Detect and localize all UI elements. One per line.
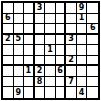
cell-r3c7[interactable] bbox=[66, 24, 77, 35]
cell-r1c6[interactable] bbox=[56, 3, 67, 14]
cell-r8c3[interactable] bbox=[24, 77, 35, 88]
cell-r5c5[interactable]: 1 bbox=[45, 45, 56, 56]
cell-r7c1[interactable] bbox=[3, 66, 14, 77]
cell-r7c7[interactable] bbox=[66, 66, 77, 77]
cell-r7c8[interactable] bbox=[77, 66, 88, 77]
cell-r5c3[interactable] bbox=[24, 45, 35, 56]
cell-r7c3[interactable]: 1 bbox=[24, 66, 35, 77]
cell-r2c3[interactable] bbox=[24, 14, 35, 25]
cell-r4c5[interactable] bbox=[45, 35, 56, 46]
cell-r8c4[interactable]: 8 bbox=[35, 77, 46, 88]
cell-r1c8[interactable]: 9 bbox=[77, 3, 88, 14]
cell-r1c7[interactable] bbox=[66, 3, 77, 14]
sudoku-board: 39616253121268794 bbox=[1, 1, 100, 100]
cell-r9c5[interactable] bbox=[45, 87, 56, 98]
cell-r7c5[interactable] bbox=[45, 66, 56, 77]
cell-r1c4[interactable]: 3 bbox=[35, 3, 46, 14]
cell-r3c8[interactable] bbox=[77, 24, 88, 35]
cell-r1c2[interactable] bbox=[14, 3, 25, 14]
cell-r4c1[interactable]: 2 bbox=[3, 35, 14, 46]
cell-r8c2[interactable] bbox=[14, 77, 25, 88]
cell-r2c4[interactable] bbox=[35, 14, 46, 25]
cell-r9c9[interactable] bbox=[87, 87, 98, 98]
cell-r7c4[interactable]: 2 bbox=[35, 66, 46, 77]
cell-r4c2[interactable]: 5 bbox=[14, 35, 25, 46]
cell-r6c9[interactable] bbox=[87, 56, 98, 67]
cell-r3c6[interactable] bbox=[56, 24, 67, 35]
cell-r5c8[interactable] bbox=[77, 45, 88, 56]
cell-r2c7[interactable] bbox=[66, 14, 77, 25]
cell-r6c5[interactable] bbox=[45, 56, 56, 67]
cell-r8c8[interactable] bbox=[77, 77, 88, 88]
cell-r4c6[interactable] bbox=[56, 35, 67, 46]
cell-r3c4[interactable] bbox=[35, 24, 46, 35]
cell-r6c6[interactable] bbox=[56, 56, 67, 67]
cell-r4c8[interactable] bbox=[77, 35, 88, 46]
cell-r8c6[interactable] bbox=[56, 77, 67, 88]
cell-r9c1[interactable] bbox=[3, 87, 14, 98]
cell-r5c9[interactable] bbox=[87, 45, 98, 56]
cell-r9c8[interactable]: 4 bbox=[77, 87, 88, 98]
cell-r4c7[interactable]: 3 bbox=[66, 35, 77, 46]
cell-r6c1[interactable] bbox=[3, 56, 14, 67]
cell-r7c6[interactable]: 6 bbox=[56, 66, 67, 77]
cell-r6c8[interactable] bbox=[77, 56, 88, 67]
cell-r4c3[interactable] bbox=[24, 35, 35, 46]
cell-r4c4[interactable] bbox=[35, 35, 46, 46]
cell-r9c7[interactable] bbox=[66, 87, 77, 98]
cell-r7c9[interactable] bbox=[87, 66, 98, 77]
cell-r7c2[interactable] bbox=[14, 66, 25, 77]
cell-r3c1[interactable] bbox=[3, 24, 14, 35]
cell-r9c4[interactable] bbox=[35, 87, 46, 98]
cell-r4c9[interactable] bbox=[87, 35, 98, 46]
cell-r8c9[interactable] bbox=[87, 77, 98, 88]
cell-r1c1[interactable] bbox=[3, 3, 14, 14]
cell-r3c9[interactable]: 6 bbox=[87, 24, 98, 35]
cell-r6c3[interactable] bbox=[24, 56, 35, 67]
cell-r2c8[interactable]: 1 bbox=[77, 14, 88, 25]
cell-r2c1[interactable]: 6 bbox=[3, 14, 14, 25]
cell-r6c7[interactable]: 2 bbox=[66, 56, 77, 67]
cell-r3c5[interactable] bbox=[45, 24, 56, 35]
cell-r9c3[interactable] bbox=[24, 87, 35, 98]
sudoku-puzzle: 39616253121268794 bbox=[0, 0, 101, 101]
cell-r1c3[interactable] bbox=[24, 3, 35, 14]
cell-r2c5[interactable] bbox=[45, 14, 56, 25]
cell-r8c1[interactable] bbox=[3, 77, 14, 88]
cell-r8c5[interactable] bbox=[45, 77, 56, 88]
cell-r5c4[interactable] bbox=[35, 45, 46, 56]
cell-r6c2[interactable] bbox=[14, 56, 25, 67]
cell-r2c2[interactable] bbox=[14, 14, 25, 25]
cell-r3c2[interactable] bbox=[14, 24, 25, 35]
cell-r5c6[interactable] bbox=[56, 45, 67, 56]
cell-r9c2[interactable]: 9 bbox=[14, 87, 25, 98]
cell-r9c6[interactable] bbox=[56, 87, 67, 98]
cell-r3c3[interactable] bbox=[24, 24, 35, 35]
cell-r1c9[interactable] bbox=[87, 3, 98, 14]
cell-r1c5[interactable] bbox=[45, 3, 56, 14]
cell-r5c2[interactable] bbox=[14, 45, 25, 56]
cell-r6c4[interactable] bbox=[35, 56, 46, 67]
cell-r8c7[interactable]: 7 bbox=[66, 77, 77, 88]
cell-r5c1[interactable] bbox=[3, 45, 14, 56]
cell-r2c6[interactable] bbox=[56, 14, 67, 25]
